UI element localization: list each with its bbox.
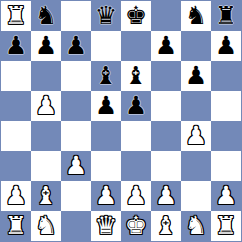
square-d5[interactable]: ♟ — [91, 91, 121, 121]
square-g4[interactable]: ♟ — [181, 121, 211, 151]
square-e4[interactable] — [121, 121, 151, 151]
square-d1[interactable]: ♛ — [91, 211, 121, 241]
black-pawn[interactable]: ♟ — [185, 63, 207, 88]
white-rook[interactable]: ♜ — [215, 213, 237, 238]
square-g8[interactable]: ♞ — [181, 1, 211, 31]
square-f6[interactable] — [151, 61, 181, 91]
square-d3[interactable] — [91, 151, 121, 181]
black-pawn[interactable]: ♟ — [125, 93, 147, 118]
square-a3[interactable] — [1, 151, 31, 181]
square-h6[interactable] — [211, 61, 241, 91]
black-knight[interactable]: ♞ — [185, 3, 207, 28]
square-f3[interactable] — [151, 151, 181, 181]
square-e6[interactable]: ♝ — [121, 61, 151, 91]
square-f7[interactable]: ♟ — [151, 31, 181, 61]
square-c3[interactable]: ♟ — [61, 151, 91, 181]
square-a7[interactable]: ♟ — [1, 31, 31, 61]
white-bishop[interactable]: ♝ — [155, 213, 177, 238]
square-e1[interactable]: ♚ — [121, 211, 151, 241]
square-b6[interactable] — [31, 61, 61, 91]
square-g3[interactable] — [181, 151, 211, 181]
square-f2[interactable]: ♟ — [151, 181, 181, 211]
square-h1[interactable]: ♜ — [211, 211, 241, 241]
square-c2[interactable] — [61, 181, 91, 211]
white-knight[interactable]: ♞ — [185, 213, 207, 238]
square-a6[interactable] — [1, 61, 31, 91]
square-d2[interactable]: ♟ — [91, 181, 121, 211]
square-g5[interactable] — [181, 91, 211, 121]
square-h5[interactable] — [211, 91, 241, 121]
square-f8[interactable] — [151, 1, 181, 31]
square-f5[interactable] — [151, 91, 181, 121]
square-h7[interactable]: ♟ — [211, 31, 241, 61]
black-pawn[interactable]: ♟ — [155, 33, 177, 58]
square-g7[interactable] — [181, 31, 211, 61]
square-c6[interactable] — [61, 61, 91, 91]
black-knight[interactable]: ♞ — [35, 3, 57, 28]
white-rook[interactable]: ♜ — [5, 213, 27, 238]
square-c4[interactable] — [61, 121, 91, 151]
black-pawn[interactable]: ♟ — [35, 33, 57, 58]
square-a2[interactable]: ♟ — [1, 181, 31, 211]
square-c7[interactable]: ♟ — [61, 31, 91, 61]
black-king[interactable]: ♚ — [125, 3, 147, 28]
white-pawn[interactable]: ♟ — [35, 93, 57, 118]
square-f4[interactable] — [151, 121, 181, 151]
white-queen[interactable]: ♛ — [95, 213, 117, 238]
square-g2[interactable] — [181, 181, 211, 211]
square-a4[interactable] — [1, 121, 31, 151]
square-c5[interactable] — [61, 91, 91, 121]
white-pawn[interactable]: ♟ — [185, 123, 207, 148]
square-a8[interactable]: ♜ — [1, 1, 31, 31]
square-a1[interactable]: ♜ — [1, 211, 31, 241]
square-g1[interactable]: ♞ — [181, 211, 211, 241]
square-h8[interactable]: ♜ — [211, 1, 241, 31]
black-pawn[interactable]: ♟ — [215, 33, 237, 58]
black-rook[interactable]: ♜ — [215, 3, 237, 28]
black-queen[interactable]: ♛ — [95, 3, 117, 28]
square-h2[interactable]: ♟ — [211, 181, 241, 211]
square-b7[interactable]: ♟ — [31, 31, 61, 61]
white-pawn[interactable]: ♟ — [125, 183, 147, 208]
square-b4[interactable] — [31, 121, 61, 151]
white-knight[interactable]: ♞ — [35, 213, 57, 238]
square-e3[interactable] — [121, 151, 151, 181]
square-b5[interactable]: ♟ — [31, 91, 61, 121]
black-pawn[interactable]: ♟ — [95, 93, 117, 118]
square-b3[interactable] — [31, 151, 61, 181]
square-a5[interactable] — [1, 91, 31, 121]
square-e8[interactable]: ♚ — [121, 1, 151, 31]
square-b1[interactable]: ♞ — [31, 211, 61, 241]
square-g6[interactable]: ♟ — [181, 61, 211, 91]
white-pawn[interactable]: ♟ — [65, 153, 87, 178]
square-b2[interactable]: ♝ — [31, 181, 61, 211]
white-pawn[interactable]: ♟ — [155, 183, 177, 208]
black-bishop[interactable]: ♝ — [125, 63, 147, 88]
black-pawn[interactable]: ♟ — [5, 33, 27, 58]
white-bishop[interactable]: ♝ — [35, 183, 57, 208]
black-bishop[interactable]: ♝ — [95, 63, 117, 88]
square-c1[interactable] — [61, 211, 91, 241]
square-f1[interactable]: ♝ — [151, 211, 181, 241]
white-rook[interactable]: ♜ — [5, 3, 27, 28]
white-king[interactable]: ♚ — [125, 213, 147, 238]
square-d4[interactable] — [91, 121, 121, 151]
square-d7[interactable] — [91, 31, 121, 61]
square-e7[interactable] — [121, 31, 151, 61]
white-pawn[interactable]: ♟ — [215, 183, 237, 208]
square-b8[interactable]: ♞ — [31, 1, 61, 31]
square-h3[interactable] — [211, 151, 241, 181]
white-pawn[interactable]: ♟ — [95, 183, 117, 208]
square-d8[interactable]: ♛ — [91, 1, 121, 31]
black-pawn[interactable]: ♟ — [65, 33, 87, 58]
square-e5[interactable]: ♟ — [121, 91, 151, 121]
white-pawn[interactable]: ♟ — [5, 183, 27, 208]
chess-board: ♜♞♛♚♞♜♟♟♟♟♟♝♝♟♟♟♟♟♟♟♝♟♟♟♟♜♞♛♚♝♞♜ — [0, 0, 242, 242]
square-d6[interactable]: ♝ — [91, 61, 121, 91]
square-c8[interactable] — [61, 1, 91, 31]
square-e2[interactable]: ♟ — [121, 181, 151, 211]
square-h4[interactable] — [211, 121, 241, 151]
